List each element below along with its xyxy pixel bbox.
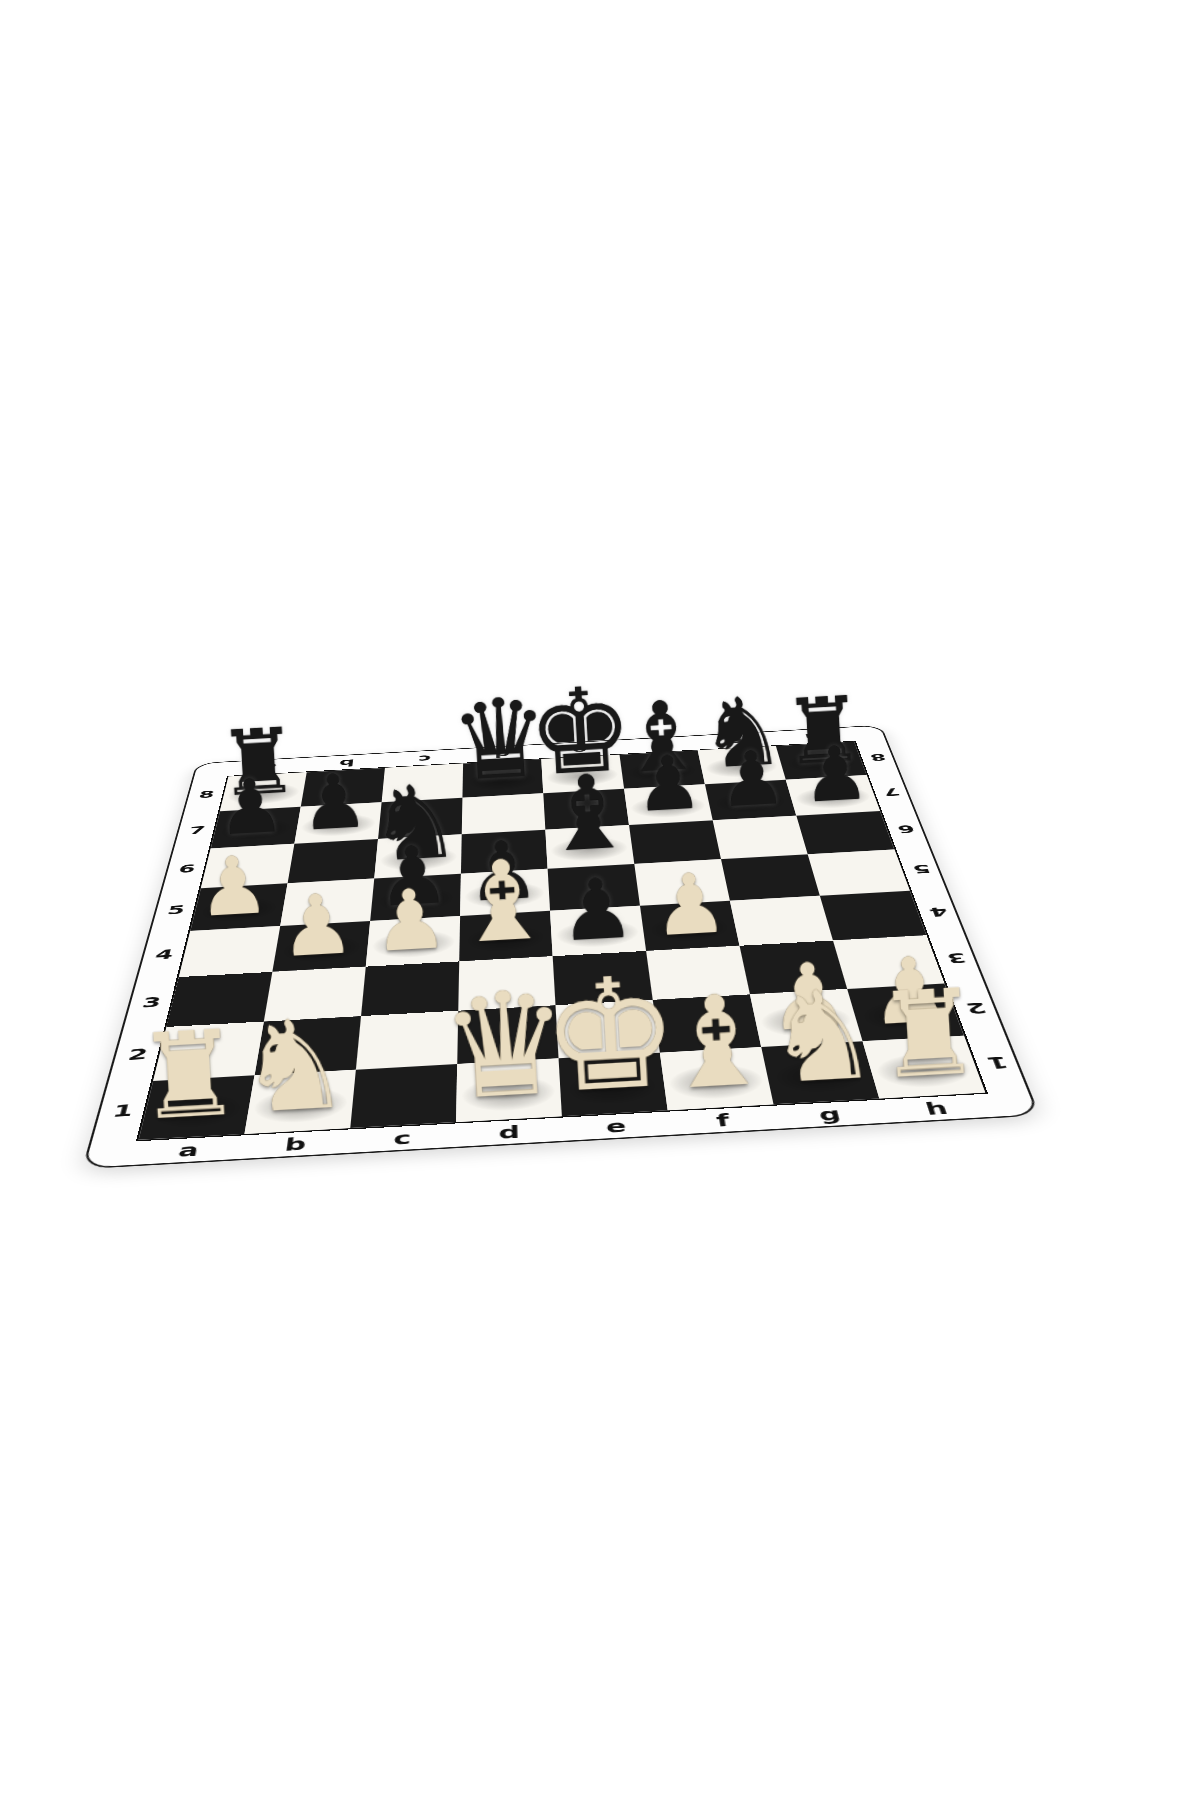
piece-white-pawn[interactable]: ♟ (371, 877, 450, 964)
piece-black-pawn[interactable]: ♟ (215, 769, 286, 847)
square-h6[interactable] (796, 811, 894, 854)
rank-label-4: 4 (147, 946, 182, 963)
chess-board-grid: ♜♛♚♝♞♜♟♟♟♟♟♞♝♟♟♟♟♟♝♟♟♟♟♜♞♛♚♝♞♜ (139, 742, 986, 1140)
rank-label-6: 6 (171, 862, 203, 877)
square-g7[interactable]: ♟ (705, 780, 796, 821)
file-label-e: e (566, 744, 593, 756)
square-h7[interactable]: ♟ (786, 775, 880, 816)
file-label-g: g (810, 1104, 851, 1126)
piece-white-knight[interactable]: ♞ (763, 972, 882, 1103)
piece-black-pawn[interactable]: ♟ (800, 736, 871, 814)
piece-white-bishop[interactable]: ♝ (451, 845, 556, 960)
piece-white-rook[interactable]: ♜ (872, 973, 984, 1096)
square-b4[interactable]: ♟ (272, 921, 370, 972)
file-label-c: c (411, 752, 438, 764)
rank-label-4: 4 (920, 903, 956, 920)
square-h5[interactable] (808, 849, 910, 895)
rank-label-5: 5 (904, 861, 939, 876)
square-f7[interactable]: ♟ (624, 784, 713, 825)
square-a5[interactable]: ♟ (190, 883, 287, 931)
rank-label-5: 5 (159, 902, 192, 918)
vinyl-board-mat: ♜♛♚♝♞♜♟♟♟♟♟♞♝♟♟♟♟♟♝♟♟♟♟♜♞♛♚♝♞♜ 887766554… (82, 725, 1040, 1169)
file-label-g: g (721, 735, 750, 747)
piece-white-pawn[interactable]: ♟ (195, 845, 271, 929)
file-label-b: b (276, 1133, 314, 1156)
piece-black-pawn[interactable]: ♟ (633, 745, 704, 823)
square-g1[interactable]: ♞ (761, 1041, 879, 1104)
piece-white-pawn[interactable]: ♟ (277, 883, 356, 970)
piece-white-bishop[interactable]: ♝ (658, 978, 777, 1109)
file-label-a: a (169, 1139, 209, 1162)
file-label-d: d (489, 748, 515, 760)
square-b1[interactable]: ♞ (244, 1070, 355, 1134)
square-h4[interactable] (820, 891, 927, 941)
square-g4[interactable] (730, 896, 833, 946)
piece-black-pawn[interactable]: ♟ (557, 867, 636, 954)
square-h1[interactable]: ♜ (863, 1036, 986, 1099)
product-photo-background: ♜♛♚♝♞♜♟♟♟♟♟♞♝♟♟♟♟♟♝♟♟♟♟♜♞♛♚♝♞♜ 887766554… (0, 0, 1200, 1800)
file-label-b: b (333, 757, 360, 769)
piece-white-rook[interactable]: ♜ (133, 1015, 245, 1138)
file-label-h: h (798, 731, 827, 743)
file-label-e: e (597, 1116, 635, 1138)
piece-black-pawn[interactable]: ♟ (299, 764, 370, 842)
piece-white-knight[interactable]: ♞ (235, 1001, 354, 1132)
file-label-f: f (704, 1110, 743, 1132)
square-a1[interactable]: ♜ (139, 1075, 255, 1140)
piece-black-bishop[interactable]: ♝ (539, 761, 636, 868)
file-label-a: a (255, 761, 283, 773)
rank-label-8: 8 (863, 751, 894, 764)
square-g5[interactable] (721, 854, 820, 901)
square-g6[interactable] (713, 816, 808, 859)
square-c4[interactable]: ♟ (366, 916, 460, 967)
rank-label-6: 6 (889, 822, 922, 836)
piece-white-pawn[interactable]: ♟ (651, 862, 730, 949)
file-label-h: h (916, 1098, 958, 1120)
file-label-c: c (384, 1127, 421, 1150)
file-label-d: d (491, 1122, 527, 1145)
square-e1[interactable]: ♚ (559, 1053, 668, 1117)
file-label-f: f (644, 739, 672, 751)
square-a4[interactable] (179, 926, 280, 977)
rank-label-8: 8 (192, 788, 222, 801)
square-f1[interactable]: ♝ (660, 1047, 774, 1110)
rank-label-7: 7 (876, 785, 908, 798)
rank-label-7: 7 (182, 824, 213, 838)
piece-black-pawn[interactable]: ♟ (717, 741, 788, 819)
